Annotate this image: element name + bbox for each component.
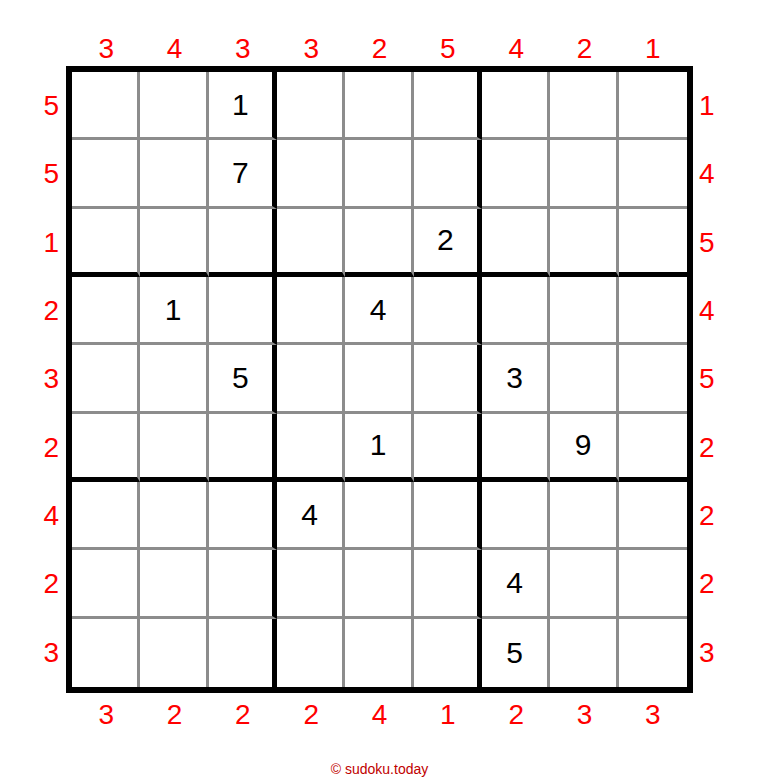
clue-right-9: 3 [693, 619, 715, 687]
clue-top-3: 3 [209, 35, 277, 66]
cell-r5c5[interactable] [345, 345, 413, 413]
cell-r8c6[interactable] [414, 550, 482, 618]
clue-right-5: 5 [693, 345, 715, 413]
cell-r7c5[interactable] [345, 482, 413, 550]
corner-top-right [693, 0, 759, 66]
cell-r9c3[interactable] [209, 619, 277, 687]
cell-r5c8[interactable] [550, 345, 618, 413]
cell-r2c2[interactable] [140, 140, 208, 208]
clue-left-4: 2 [43, 277, 66, 345]
sudoku-page: 343325421 551232423 172145319445 1454522… [0, 0, 759, 779]
clue-left-1: 5 [43, 72, 66, 140]
cell-r3c9[interactable] [619, 209, 687, 277]
cell-r6c8[interactable]: 9 [550, 414, 618, 482]
cell-r3c1[interactable] [72, 209, 140, 277]
cell-r9c8[interactable] [550, 619, 618, 687]
corner-bottom-left [0, 693, 66, 759]
puzzle-layout: 343325421 551232423 172145319445 1454522… [0, 0, 759, 759]
clue-left-7: 4 [43, 482, 66, 550]
clue-right-6: 2 [693, 414, 715, 482]
cell-r4c1[interactable] [72, 277, 140, 345]
clues-left: 551232423 [0, 66, 66, 693]
clue-bottom-7: 2 [482, 693, 550, 729]
clue-left-6: 2 [43, 414, 66, 482]
clue-left-3: 1 [43, 209, 66, 277]
cell-r7c1[interactable] [72, 482, 140, 550]
cell-r7c9[interactable] [619, 482, 687, 550]
cell-r3c6[interactable]: 2 [414, 209, 482, 277]
clue-right-7: 2 [693, 482, 715, 550]
cell-r1c6[interactable] [414, 72, 482, 140]
cell-r3c3[interactable] [209, 209, 277, 277]
cell-r9c6[interactable] [414, 619, 482, 687]
cell-r2c3[interactable]: 7 [209, 140, 277, 208]
clue-right-8: 2 [693, 550, 715, 618]
cell-r7c2[interactable] [140, 482, 208, 550]
sudoku-board: 172145319445 [66, 66, 693, 693]
cell-r3c4[interactable] [277, 209, 345, 277]
clue-top-6: 5 [414, 35, 482, 66]
cell-r2c9[interactable] [619, 140, 687, 208]
cell-r4c9[interactable] [619, 277, 687, 345]
cell-r5c6[interactable] [414, 345, 482, 413]
cell-r8c7[interactable]: 4 [482, 550, 550, 618]
clue-right-4: 4 [693, 277, 715, 345]
cell-r1c7[interactable] [482, 72, 550, 140]
cell-r4c6[interactable] [414, 277, 482, 345]
corner-bottom-right [693, 693, 759, 759]
cell-r5c4[interactable] [277, 345, 345, 413]
cell-r3c5[interactable] [345, 209, 413, 277]
clue-right-2: 4 [693, 140, 715, 208]
clue-top-1: 3 [72, 35, 140, 66]
clue-bottom-4: 2 [277, 693, 345, 729]
cell-r6c6[interactable] [414, 414, 482, 482]
cell-r7c3[interactable] [209, 482, 277, 550]
cell-r2c8[interactable] [550, 140, 618, 208]
clue-bottom-1: 3 [72, 693, 140, 729]
cell-r8c1[interactable] [72, 550, 140, 618]
clue-left-9: 3 [43, 619, 66, 687]
cell-r3c8[interactable] [550, 209, 618, 277]
clue-bottom-3: 2 [209, 693, 277, 729]
cell-r9c5[interactable] [345, 619, 413, 687]
cell-r9c7[interactable]: 5 [482, 619, 550, 687]
cell-r1c4[interactable] [277, 72, 345, 140]
cell-r8c8[interactable] [550, 550, 618, 618]
clue-top-8: 2 [550, 35, 618, 66]
cell-r4c4[interactable] [277, 277, 345, 345]
clue-right-1: 1 [693, 72, 715, 140]
clue-top-9: 1 [619, 35, 687, 66]
cell-r4c8[interactable] [550, 277, 618, 345]
clue-bottom-5: 4 [345, 693, 413, 729]
cell-r3c2[interactable] [140, 209, 208, 277]
cell-r4c5[interactable]: 4 [345, 277, 413, 345]
cell-r9c2[interactable] [140, 619, 208, 687]
clue-right-3: 5 [693, 209, 715, 277]
clue-bottom-9: 3 [619, 693, 687, 729]
clue-top-5: 2 [345, 35, 413, 66]
corner-top-left [0, 0, 66, 66]
clues-bottom: 322241233 [66, 693, 693, 759]
cell-r1c8[interactable] [550, 72, 618, 140]
clue-top-7: 4 [482, 35, 550, 66]
cell-r9c9[interactable] [619, 619, 687, 687]
clue-top-2: 4 [140, 35, 208, 66]
clue-left-5: 3 [43, 345, 66, 413]
cell-r8c2[interactable] [140, 550, 208, 618]
cell-r6c1[interactable] [72, 414, 140, 482]
cell-r1c2[interactable] [140, 72, 208, 140]
cell-r9c1[interactable] [72, 619, 140, 687]
cell-r6c5[interactable]: 1 [345, 414, 413, 482]
cell-r2c6[interactable] [414, 140, 482, 208]
clue-left-2: 5 [43, 140, 66, 208]
clue-bottom-6: 1 [414, 693, 482, 729]
clue-bottom-2: 2 [140, 693, 208, 729]
cell-r6c7[interactable] [482, 414, 550, 482]
cell-r4c3[interactable] [209, 277, 277, 345]
cell-r6c4[interactable] [277, 414, 345, 482]
cell-r1c3[interactable]: 1 [209, 72, 277, 140]
cell-r1c1[interactable] [72, 72, 140, 140]
cell-r8c5[interactable] [345, 550, 413, 618]
cell-r8c9[interactable] [619, 550, 687, 618]
cell-r5c2[interactable] [140, 345, 208, 413]
cell-r7c8[interactable] [550, 482, 618, 550]
cell-r1c5[interactable] [345, 72, 413, 140]
clues-top: 343325421 [66, 0, 693, 66]
cell-r5c7[interactable]: 3 [482, 345, 550, 413]
cell-r2c1[interactable] [72, 140, 140, 208]
cell-r1c9[interactable] [619, 72, 687, 140]
cell-r3c7[interactable] [482, 209, 550, 277]
cell-r6c9[interactable] [619, 414, 687, 482]
cell-r8c3[interactable] [209, 550, 277, 618]
clues-right: 145452223 [693, 66, 759, 693]
cell-r6c3[interactable] [209, 414, 277, 482]
cell-r5c3[interactable]: 5 [209, 345, 277, 413]
cell-r7c7[interactable] [482, 482, 550, 550]
cell-r7c4[interactable]: 4 [277, 482, 345, 550]
clue-left-8: 2 [43, 550, 66, 618]
cell-r2c4[interactable] [277, 140, 345, 208]
clue-bottom-8: 3 [550, 693, 618, 729]
cell-r4c2[interactable]: 1 [140, 277, 208, 345]
cell-r2c7[interactable] [482, 140, 550, 208]
cell-r9c4[interactable] [277, 619, 345, 687]
clue-top-4: 3 [277, 35, 345, 66]
cell-r6c2[interactable] [140, 414, 208, 482]
cell-r8c4[interactable] [277, 550, 345, 618]
cell-r4c7[interactable] [482, 277, 550, 345]
cell-r5c1[interactable] [72, 345, 140, 413]
cell-r2c5[interactable] [345, 140, 413, 208]
copyright-text: © sudoku.today [0, 759, 759, 779]
cell-r5c9[interactable] [619, 345, 687, 413]
cell-r7c6[interactable] [414, 482, 482, 550]
